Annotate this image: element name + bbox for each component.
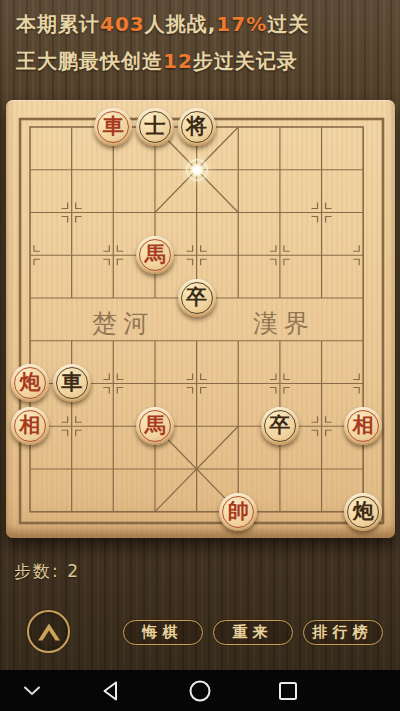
step-counter: 步数: 2: [14, 560, 80, 583]
piece-red[interactable]: 馬: [136, 236, 174, 274]
piece-label: 馬: [144, 411, 165, 439]
banner-line-2: 王大鹏最快创造12步过关记录: [16, 48, 298, 75]
piece-label: 車: [103, 112, 124, 140]
piece-black[interactable]: 卒: [261, 407, 299, 445]
banner-text: 人挑战,: [145, 12, 217, 36]
last-move-sparkle-icon: [189, 162, 205, 178]
chevron-up-icon: [35, 621, 63, 643]
undo-button[interactable]: 悔棋: [123, 620, 203, 645]
piece-label: 炮: [353, 497, 374, 525]
piece-black[interactable]: 卒: [178, 279, 216, 317]
banner-text: 过关: [267, 12, 309, 36]
banner-stat-passrate: 17%: [216, 12, 267, 36]
piece-label: 帥: [228, 497, 249, 525]
xiangqi-board[interactable]: 楚河 漢界 車士将馬卒炮車相馬卒相帥炮: [6, 100, 395, 538]
piece-label: 相: [353, 411, 374, 439]
banner-line-1: 本期累计403人挑战,17%过关: [16, 11, 309, 38]
piece-black[interactable]: 車: [53, 364, 91, 402]
hide-keyboard-icon[interactable]: [22, 685, 42, 697]
leaderboard-button[interactable]: 排行榜: [303, 620, 383, 645]
piece-red[interactable]: 馬: [136, 407, 174, 445]
recents-icon[interactable]: [277, 680, 299, 702]
banner-stat-challengers: 403: [100, 12, 145, 36]
piece-label: 車: [61, 368, 82, 396]
piece-black[interactable]: 炮: [344, 493, 382, 531]
piece-label: 馬: [144, 240, 165, 268]
banner-text: 本期累计: [16, 12, 100, 36]
piece-red[interactable]: 車: [94, 108, 132, 146]
piece-red[interactable]: 相: [11, 407, 49, 445]
android-navbar: [0, 670, 400, 711]
piece-black[interactable]: 将: [178, 108, 216, 146]
piece-label: 炮: [20, 368, 41, 396]
piece-label: 卒: [186, 283, 207, 311]
home-icon[interactable]: [188, 679, 212, 703]
piece-black[interactable]: 士: [136, 108, 174, 146]
banner-text: 步过关记录: [193, 49, 298, 73]
banner-stat-record: 12: [163, 49, 193, 73]
piece-label: 相: [20, 411, 41, 439]
step-counter-label: 步数:: [14, 561, 60, 581]
piece-label: 将: [186, 112, 207, 140]
pieces-layer: 車士将馬卒炮車相馬卒相帥炮: [9, 106, 384, 534]
piece-red[interactable]: 帥: [219, 493, 257, 531]
expand-button[interactable]: [27, 610, 70, 653]
back-icon[interactable]: [99, 679, 121, 703]
piece-red[interactable]: 相: [344, 407, 382, 445]
piece-label: 士: [144, 112, 165, 140]
piece-red[interactable]: 炮: [11, 364, 49, 402]
banner-text: 王大鹏最快创造: [16, 49, 163, 73]
restart-button[interactable]: 重来: [213, 620, 293, 645]
piece-label: 卒: [269, 411, 290, 439]
app-screen: 本期累计403人挑战,17%过关 王大鹏最快创造12步过关记录 楚河 漢界 車士…: [0, 0, 400, 711]
step-counter-value: 2: [67, 561, 80, 581]
